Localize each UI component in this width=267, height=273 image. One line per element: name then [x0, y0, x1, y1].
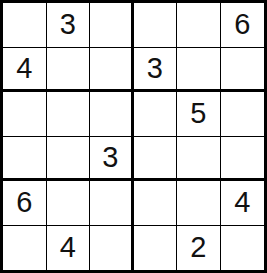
cell-r2c5[interactable]	[177, 48, 221, 93]
cell-r2c4[interactable]: 3	[134, 48, 178, 93]
cell-r6c5[interactable]: 2	[177, 226, 221, 271]
cell-r3c3[interactable]	[90, 92, 134, 137]
cell-r5c6[interactable]: 4	[221, 181, 265, 226]
cell-r5c1[interactable]: 6	[3, 181, 47, 226]
cell-r2c1[interactable]: 4	[3, 48, 47, 93]
cell-r2c6[interactable]	[221, 48, 265, 93]
cell-r6c6[interactable]	[221, 226, 265, 271]
cell-r5c2[interactable]	[47, 181, 91, 226]
cell-r4c3[interactable]: 3	[90, 137, 134, 182]
cell-r6c2[interactable]: 4	[47, 226, 91, 271]
cell-r3c4[interactable]	[134, 92, 178, 137]
cell-r3c2[interactable]	[47, 92, 91, 137]
cell-r3c6[interactable]	[221, 92, 265, 137]
cell-r3c1[interactable]	[3, 92, 47, 137]
cell-r4c6[interactable]	[221, 137, 265, 182]
cell-r5c3[interactable]	[90, 181, 134, 226]
cell-r4c2[interactable]	[47, 137, 91, 182]
cell-r6c1[interactable]	[3, 226, 47, 271]
cell-r4c5[interactable]	[177, 137, 221, 182]
cell-r4c1[interactable]	[3, 137, 47, 182]
cell-r6c4[interactable]	[134, 226, 178, 271]
cell-r6c3[interactable]	[90, 226, 134, 271]
cell-r2c3[interactable]	[90, 48, 134, 93]
cell-r1c4[interactable]	[134, 3, 178, 48]
cell-r4c4[interactable]	[134, 137, 178, 182]
cell-r1c1[interactable]	[3, 3, 47, 48]
cell-r1c2[interactable]: 3	[47, 3, 91, 48]
cell-r1c5[interactable]	[177, 3, 221, 48]
cell-r2c2[interactable]	[47, 48, 91, 93]
sudoku-board: 3643536442	[0, 0, 267, 273]
cell-r5c4[interactable]	[134, 181, 178, 226]
cell-r1c6[interactable]: 6	[221, 3, 265, 48]
cell-r1c3[interactable]	[90, 3, 134, 48]
cell-r3c5[interactable]: 5	[177, 92, 221, 137]
cell-r5c5[interactable]	[177, 181, 221, 226]
